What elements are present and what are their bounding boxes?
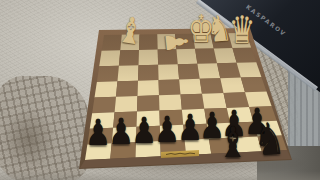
black-pawn-a2[interactable]: ♟	[85, 115, 110, 151]
black-knight[interactable]: ♞	[253, 116, 286, 162]
black-bishop[interactable]: ♝	[218, 122, 247, 164]
black-pawn-b2[interactable]: ♟	[108, 114, 133, 150]
black-pawn-c2[interactable]: ♟	[131, 113, 156, 149]
black-pawn-d2[interactable]: ♟	[154, 112, 179, 148]
white-queen[interactable]: ♛	[229, 11, 256, 49]
black-pawn-e2[interactable]: ♟	[177, 110, 202, 146]
photo-scene: KASPAROV ♞♚♝♛♟♟♟♟♟♟♟♟♟♞♝	[0, 0, 320, 180]
white-bishop[interactable]: ♝	[116, 12, 146, 51]
white-fallen-piece[interactable]: ♟	[160, 30, 192, 54]
